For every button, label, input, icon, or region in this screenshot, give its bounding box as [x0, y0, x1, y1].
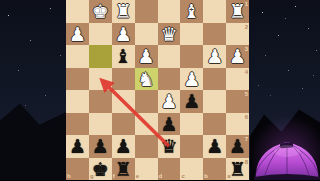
file-label-c: c [181, 173, 184, 179]
square-h5[interactable] [66, 90, 89, 113]
square-g8[interactable]: ♚g [89, 158, 112, 181]
mountain-silhouette-left [0, 95, 66, 180]
square-d1[interactable] [158, 0, 181, 23]
square-h1[interactable] [66, 0, 89, 23]
square-b4[interactable] [203, 68, 226, 91]
square-e7[interactable] [135, 135, 158, 158]
square-e8[interactable]: e [135, 158, 158, 181]
square-a1[interactable]: ♜1 [226, 0, 249, 23]
square-f5[interactable] [112, 90, 135, 113]
square-f6[interactable] [112, 113, 135, 136]
square-a8[interactable]: ♜a8 [226, 158, 249, 181]
black-pawn-f7: ♟ [112, 135, 135, 158]
square-d4[interactable] [158, 68, 181, 91]
black-pawn-h7: ♟ [66, 135, 89, 158]
black-rook-f8: ♜ [112, 158, 135, 181]
square-c2[interactable] [180, 23, 203, 46]
file-label-d: d [159, 173, 163, 179]
square-a7[interactable]: ♟7 [226, 135, 249, 158]
rank-label-4: 4 [245, 69, 248, 75]
square-h6[interactable] [66, 113, 89, 136]
square-c8[interactable]: c [180, 158, 203, 181]
screenshot-scene: ♚♜♝♜1♟♟♛2♝♟♟♟3♞♟4♟♟5♟6♟♟♟♛♟♟7h♚g♜fedcb♜a… [0, 0, 320, 180]
square-a2[interactable]: 2 [226, 23, 249, 46]
square-c4[interactable]: ♟ [180, 68, 203, 91]
square-d8[interactable]: d [158, 158, 181, 181]
black-bishop-f3: ♝ [112, 45, 135, 68]
stars-decoration [0, 0, 1, 1]
square-b3[interactable]: ♟ [203, 45, 226, 68]
black-pawn-a7: ♟ [226, 135, 249, 158]
white-pawn-f2: ♟ [112, 23, 135, 46]
square-f1[interactable]: ♜ [112, 0, 135, 23]
black-king-g8: ♚ [89, 158, 112, 181]
square-a4[interactable]: 4 [226, 68, 249, 91]
rank-label-5: 5 [245, 91, 248, 97]
square-e5[interactable] [135, 90, 158, 113]
white-rook-a1: ♜ [226, 0, 249, 23]
square-f2[interactable]: ♟ [112, 23, 135, 46]
white-pawn-b3: ♟ [203, 45, 226, 68]
black-rook-a8: ♜ [226, 158, 249, 181]
square-a5[interactable]: 5 [226, 90, 249, 113]
square-c3[interactable] [180, 45, 203, 68]
square-e3[interactable]: ♟ [135, 45, 158, 68]
square-b8[interactable]: b [203, 158, 226, 181]
square-a6[interactable]: 6 [226, 113, 249, 136]
white-bishop-c1: ♝ [180, 0, 203, 23]
square-d6[interactable]: ♟ [158, 113, 181, 136]
square-h4[interactable] [66, 68, 89, 91]
square-a3[interactable]: ♟3 [226, 45, 249, 68]
tent-image [254, 129, 320, 180]
square-g5[interactable] [89, 90, 112, 113]
black-pawn-g7: ♟ [89, 135, 112, 158]
square-d2[interactable]: ♛ [158, 23, 181, 46]
square-d5[interactable]: ♟ [158, 90, 181, 113]
square-e2[interactable] [135, 23, 158, 46]
file-label-b: b [204, 173, 208, 179]
square-c6[interactable] [180, 113, 203, 136]
square-g1[interactable]: ♚ [89, 0, 112, 23]
white-rook-f1: ♜ [112, 0, 135, 23]
square-h7[interactable]: ♟ [66, 135, 89, 158]
square-g4[interactable] [89, 68, 112, 91]
rank-label-2: 2 [245, 24, 248, 30]
file-label-e: e [136, 173, 139, 179]
white-pawn-c4: ♟ [180, 68, 203, 91]
square-f3[interactable]: ♝ [112, 45, 135, 68]
square-g2[interactable] [89, 23, 112, 46]
square-h3[interactable] [66, 45, 89, 68]
white-knight-e4: ♞ [135, 68, 158, 91]
black-queen-d7: ♛ [158, 135, 181, 158]
square-c1[interactable]: ♝ [180, 0, 203, 23]
square-c7[interactable] [180, 135, 203, 158]
square-h8[interactable]: h [66, 158, 89, 181]
white-king-g1: ♚ [89, 0, 112, 23]
square-f4[interactable] [112, 68, 135, 91]
black-pawn-c5: ♟ [180, 90, 203, 113]
square-e6[interactable] [135, 113, 158, 136]
square-e1[interactable] [135, 0, 158, 23]
square-b5[interactable] [203, 90, 226, 113]
square-b1[interactable] [203, 0, 226, 23]
white-pawn-d5: ♟ [158, 90, 181, 113]
square-g3[interactable] [89, 45, 112, 68]
white-pawn-h2: ♟ [66, 23, 89, 46]
square-d3[interactable] [158, 45, 181, 68]
square-h2[interactable]: ♟ [66, 23, 89, 46]
square-b6[interactable] [203, 113, 226, 136]
square-f8[interactable]: ♜f [112, 158, 135, 181]
rank-label-6: 6 [245, 114, 248, 120]
square-g7[interactable]: ♟ [89, 135, 112, 158]
chess-board: ♚♜♝♜1♟♟♛2♝♟♟♟3♞♟4♟♟5♟6♟♟♟♛♟♟7h♚g♜fedcb♜a… [66, 0, 249, 180]
black-pawn-d6: ♟ [158, 113, 181, 136]
black-pawn-b7: ♟ [203, 135, 226, 158]
square-e4[interactable]: ♞ [135, 68, 158, 91]
square-g6[interactable] [89, 113, 112, 136]
white-pawn-e3: ♟ [135, 45, 158, 68]
square-d7[interactable]: ♛ [158, 135, 181, 158]
square-b2[interactable] [203, 23, 226, 46]
white-pawn-a3: ♟ [226, 45, 249, 68]
white-queen-d2: ♛ [158, 23, 181, 46]
square-c5[interactable]: ♟ [180, 90, 203, 113]
square-f7[interactable]: ♟ [112, 135, 135, 158]
square-b7[interactable]: ♟ [203, 135, 226, 158]
file-label-h: h [67, 173, 71, 179]
